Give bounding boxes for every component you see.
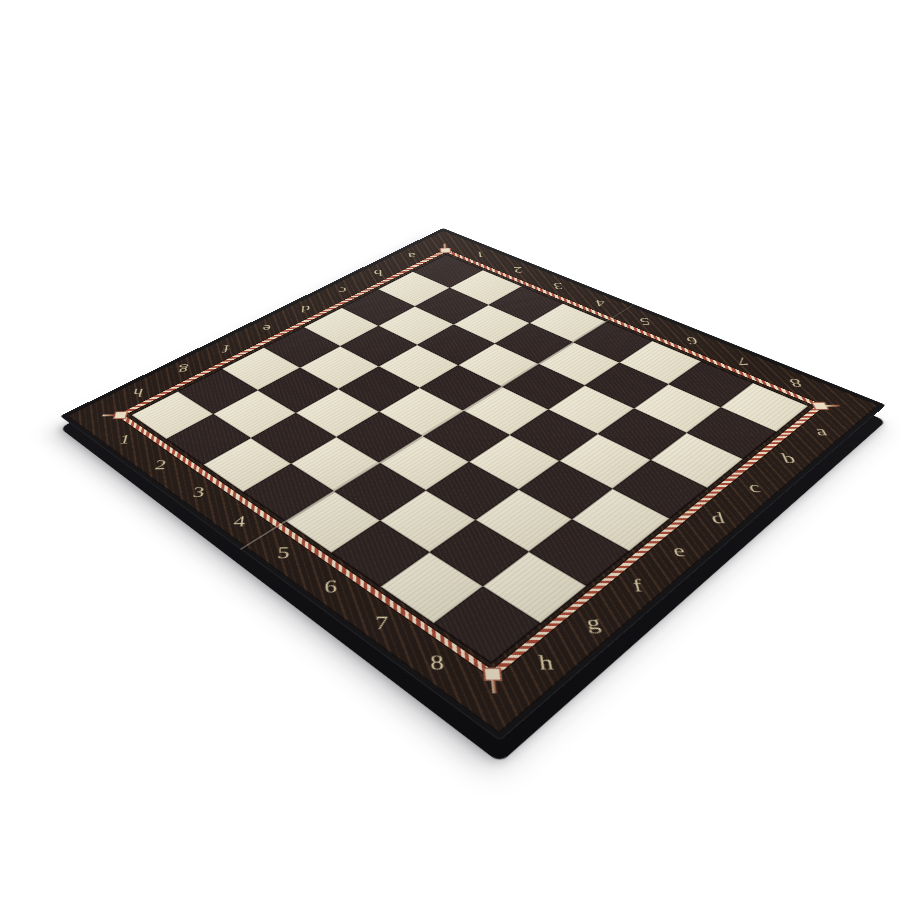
- coord-near-rank-2: 2: [153, 458, 167, 472]
- coord-near-rank-7: 7: [375, 613, 388, 632]
- coord-far-file-b: b: [374, 268, 383, 277]
- coord-far-file-d: d: [301, 304, 311, 313]
- coord-near-rank-3: 3: [191, 485, 205, 500]
- coord-near-rank-8: 8: [429, 652, 444, 673]
- coord-near-rank-5: 5: [276, 544, 290, 561]
- coord-far-rank-1: 1: [475, 250, 485, 258]
- coord-near-rank-6: 6: [324, 578, 337, 596]
- photo-background: 11aa22bb33cc44dd55ee66ff77gg88hh: [0, 0, 900, 900]
- coord-near-rank-4: 4: [232, 514, 246, 529]
- coord-far-rank-3: 3: [552, 281, 563, 290]
- rope-corner-motif-h8: [483, 668, 502, 681]
- board-squares-grid: [131, 255, 808, 663]
- coord-far-file-c: c: [339, 286, 347, 295]
- coord-far-rank-2: 2: [512, 265, 523, 274]
- rope-corner-motif-a1: [440, 248, 451, 253]
- chess-board: 11aa22bb33cc44dd55ee66ff77gg88hh: [60, 228, 886, 741]
- coord-far-file-a: a: [408, 252, 416, 260]
- rope-corner-motif-h1: [113, 411, 128, 419]
